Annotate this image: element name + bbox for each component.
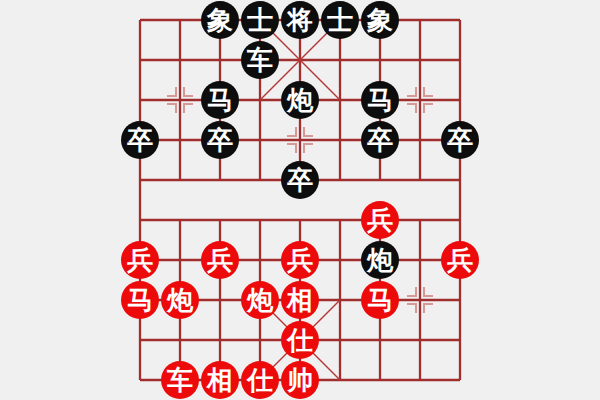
piece-black-advisor-f10[interactable]: 士 xyxy=(321,1,359,39)
piece-black-cannon-e8[interactable]: 炮 xyxy=(281,81,319,119)
piece-red-chariot-b1[interactable]: 车 xyxy=(161,361,199,399)
piece-black-pawn-g7[interactable]: 卒 xyxy=(361,121,399,159)
piece-red-advisor-e2[interactable]: 仕 xyxy=(281,321,319,359)
piece-black-chariot-d9[interactable]: 车 xyxy=(241,41,279,79)
piece-black-horse-c8[interactable]: 马 xyxy=(201,81,239,119)
piece-black-pawn-e6[interactable]: 卒 xyxy=(281,161,319,199)
piece-black-horse-g8[interactable]: 马 xyxy=(361,81,399,119)
piece-red-pawn-c4[interactable]: 兵 xyxy=(201,241,239,279)
piece-black-elephant-c10[interactable]: 象 xyxy=(201,1,239,39)
piece-red-horse-g3[interactable]: 马 xyxy=(361,281,399,319)
piece-red-pawn-g5[interactable]: 兵 xyxy=(361,201,399,239)
piece-black-pawn-a7[interactable]: 卒 xyxy=(121,121,159,159)
piece-red-cannon-d3[interactable]: 炮 xyxy=(241,281,279,319)
piece-red-general-e1[interactable]: 帅 xyxy=(281,361,319,399)
piece-red-horse-a3[interactable]: 马 xyxy=(121,281,159,319)
xiangqi-board[interactable]: 象士将士象车马炮马卒卒卒卒卒炮兵兵兵兵兵马炮炮相马仕车相仕帅 xyxy=(120,0,480,400)
piece-red-elephant-c1[interactable]: 相 xyxy=(201,361,239,399)
piece-red-elephant-e3[interactable]: 相 xyxy=(281,281,319,319)
piece-black-pawn-c7[interactable]: 卒 xyxy=(201,121,239,159)
piece-red-cannon-b3[interactable]: 炮 xyxy=(161,281,199,319)
piece-black-cannon-g4[interactable]: 炮 xyxy=(361,241,399,279)
piece-black-elephant-g10[interactable]: 象 xyxy=(361,1,399,39)
piece-red-pawn-i4[interactable]: 兵 xyxy=(441,241,479,279)
piece-red-pawn-e4[interactable]: 兵 xyxy=(281,241,319,279)
piece-red-pawn-a4[interactable]: 兵 xyxy=(121,241,159,279)
piece-black-pawn-i7[interactable]: 卒 xyxy=(441,121,479,159)
xiangqi-board-stage: 象士将士象车马炮马卒卒卒卒卒炮兵兵兵兵兵马炮炮相马仕车相仕帅 xyxy=(0,0,600,400)
piece-red-advisor-d1[interactable]: 仕 xyxy=(241,361,279,399)
piece-black-general-e10[interactable]: 将 xyxy=(281,1,319,39)
piece-black-advisor-d10[interactable]: 士 xyxy=(241,1,279,39)
